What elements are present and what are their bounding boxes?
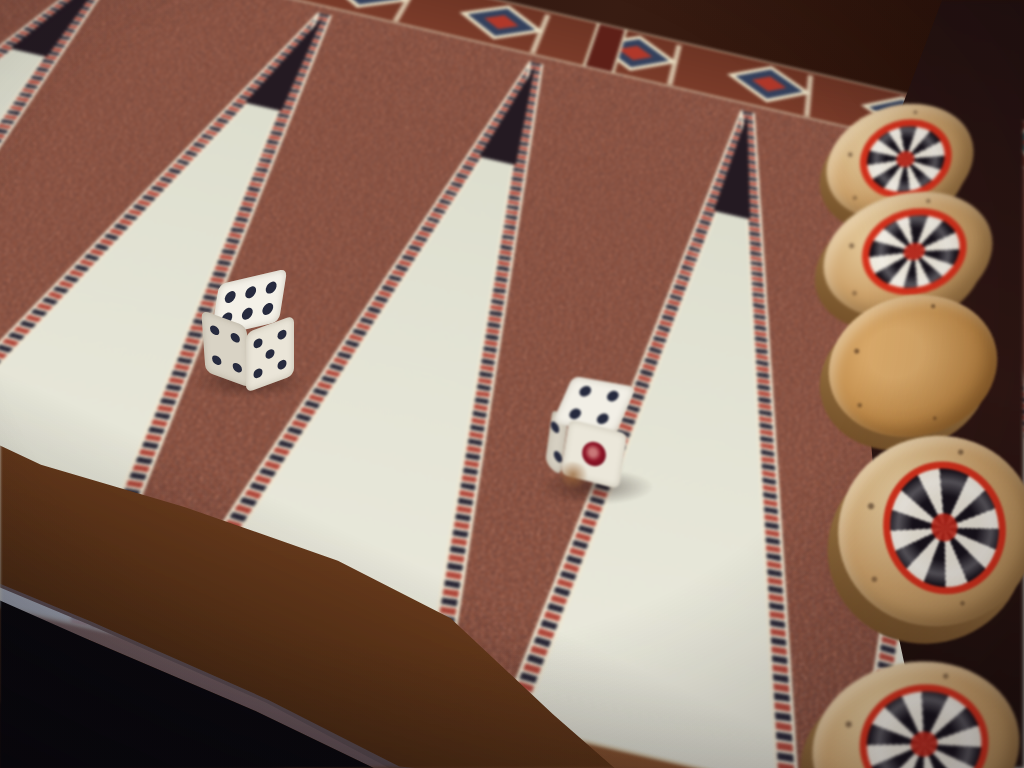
rail-medallion: [727, 66, 811, 102]
die-pip: [224, 290, 237, 304]
die-pip: [278, 328, 287, 340]
die-right[interactable]: [544, 372, 648, 500]
die-pip: [241, 307, 254, 321]
die-pip: [254, 337, 263, 349]
board-hinge-stripe: [582, 23, 627, 74]
die-pip: [232, 361, 242, 373]
die-pip: [605, 390, 620, 402]
die-pip: [261, 302, 274, 316]
rail-medallion: [459, 5, 543, 39]
rail-divider-bar: [393, 0, 420, 22]
die-red-pip: [580, 439, 607, 469]
backgammon-photo-scene: [0, 0, 1024, 768]
die-pip: [266, 348, 275, 360]
die-pip: [210, 324, 220, 336]
die-pip: [244, 285, 257, 299]
rail-divider-bar: [530, 14, 551, 53]
die-pip: [577, 385, 592, 397]
die-pip: [254, 367, 263, 379]
rail-divider-bar: [667, 44, 682, 85]
die-pip: [567, 408, 582, 420]
die-pip: [553, 449, 562, 465]
rail-divider-bar: [804, 75, 813, 117]
rail-medallion: [326, 0, 410, 8]
die-pip: [230, 332, 240, 344]
die-left[interactable]: [198, 266, 302, 394]
die-pip: [265, 281, 278, 295]
die-pip: [212, 354, 222, 366]
die-pip: [278, 358, 287, 370]
die-pip: [595, 413, 610, 425]
checker-decorated[interactable]: [820, 417, 1024, 644]
rail-medallion: [995, 127, 1024, 166]
